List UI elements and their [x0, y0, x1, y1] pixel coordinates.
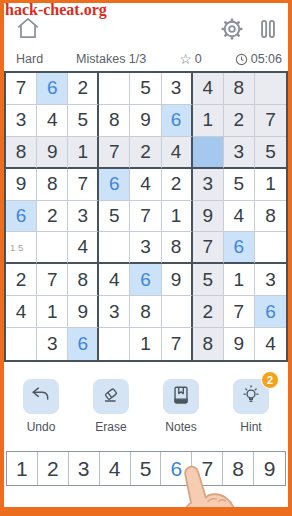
sudoku-cell-r7c4[interactable]: 4: [99, 264, 130, 296]
cell-value: 6: [171, 109, 182, 131]
sudoku-cell-r1c2[interactable]: 6: [37, 73, 68, 105]
sudoku-cell-r7c6[interactable]: 9: [162, 264, 193, 296]
cell-value: 4: [77, 236, 88, 258]
sudoku-cell-r5c9[interactable]: 8: [255, 201, 286, 233]
cell-value: 7: [202, 236, 213, 258]
status-bar: Hard Mistakes 1/3 ☆ 0 05:06: [4, 49, 288, 69]
sudoku-cell-r5c7[interactable]: 9: [193, 201, 224, 233]
cell-value: 9: [140, 109, 151, 131]
cell-value: 6: [16, 205, 27, 227]
pause-button[interactable]: [255, 16, 281, 42]
notes-tool: Notes: [159, 379, 204, 434]
sudoku-cell-r8c3[interactable]: 9: [68, 296, 99, 328]
cell-value: 8: [140, 301, 151, 323]
sudoku-cell-r1c3[interactable]: 2: [68, 73, 99, 105]
cell-value: 7: [140, 205, 151, 227]
sudoku-cell-r4c8[interactable]: 5: [224, 169, 255, 201]
sudoku-cell-r6c9[interactable]: [255, 232, 286, 264]
sudoku-cell-r2c2[interactable]: 4: [37, 105, 68, 137]
sudoku-cell-r1c8[interactable]: 8: [224, 73, 255, 105]
cell-value: 2: [16, 269, 27, 291]
sudoku-cell-r3c2[interactable]: 9: [37, 137, 68, 169]
sudoku-cell-r6c1[interactable]: 1 5: [6, 232, 37, 264]
home-icon: [15, 27, 41, 44]
watermark-text: hack-cheat.org: [5, 3, 107, 19]
cell-value: 3: [202, 173, 213, 195]
cell-value: 3: [140, 236, 151, 258]
numpad-key-6[interactable]: 6: [161, 452, 192, 485]
cell-value: 3: [234, 141, 245, 163]
cell-value: 7: [109, 141, 120, 163]
sudoku-cell-r5c5[interactable]: 7: [130, 201, 161, 233]
sudoku-cell-r1c9[interactable]: [255, 73, 286, 105]
cell-value: 4: [171, 141, 182, 163]
sudoku-cell-r2c4[interactable]: 8: [99, 105, 130, 137]
numpad-key-4[interactable]: 4: [100, 452, 131, 485]
sudoku-cell-r8c6[interactable]: [162, 296, 193, 328]
cell-value: 9: [202, 205, 213, 227]
sudoku-cell-r8c4[interactable]: 3: [99, 296, 130, 328]
cell-value: 5: [109, 205, 120, 227]
sudoku-cell-r2c1[interactable]: 3: [6, 105, 37, 137]
sudoku-cell-r7c2[interactable]: 7: [37, 264, 68, 296]
cell-notes: 1 5: [10, 232, 23, 262]
sudoku-cell-r9c6[interactable]: 7: [162, 328, 193, 360]
lightbulb-icon: [240, 384, 262, 410]
sudoku-cell-r2c6[interactable]: 6: [162, 105, 193, 137]
sudoku-cell-r5c4[interactable]: 5: [99, 201, 130, 233]
cell-value: 4: [234, 205, 245, 227]
sudoku-cell-r5c3[interactable]: 3: [68, 201, 99, 233]
sudoku-cell-r5c1[interactable]: 6: [6, 201, 37, 233]
erase-label: Erase: [95, 420, 126, 434]
sudoku-cell-r1c7[interactable]: 4: [193, 73, 224, 105]
hint-tool: 2 Hint: [229, 379, 274, 434]
score-value: 0: [195, 52, 202, 66]
cell-value: 5: [202, 269, 213, 291]
sudoku-cell-r9c4[interactable]: [99, 328, 130, 360]
undo-button[interactable]: [23, 379, 59, 414]
sudoku-cell-r2c7[interactable]: 1: [193, 105, 224, 137]
cell-value: 8: [109, 109, 120, 131]
sudoku-cell-r8c5[interactable]: 8: [130, 296, 161, 328]
cell-value: 9: [16, 173, 27, 195]
mistakes-label: Mistakes 1/3: [76, 52, 146, 66]
sudoku-cell-r8c9[interactable]: 6: [255, 296, 286, 328]
undo-icon: [30, 384, 52, 410]
cell-value: 6: [140, 269, 151, 291]
sudoku-cell-r1c5[interactable]: 5: [130, 73, 161, 105]
cell-value: 9: [77, 301, 88, 323]
sudoku-cell-r9c1[interactable]: [6, 328, 37, 360]
undo-tool: Undo: [19, 379, 64, 434]
sudoku-cell-r8c7[interactable]: 2: [193, 296, 224, 328]
pause-icon: [255, 28, 281, 45]
cell-value: 2: [140, 141, 151, 163]
cell-value: 4: [202, 77, 213, 99]
cell-value: 7: [16, 77, 27, 99]
cell-value: 8: [265, 205, 276, 227]
numpad-key-1[interactable]: 1: [7, 452, 38, 485]
sudoku-cell-r3c3[interactable]: 1: [68, 137, 99, 169]
cell-value: 2: [234, 109, 245, 131]
cell-value: 6: [234, 236, 245, 258]
sudoku-cell-r4c6[interactable]: 2: [162, 169, 193, 201]
eraser-icon: [100, 384, 122, 410]
cell-value: 3: [265, 269, 276, 291]
sudoku-cell-r8c1[interactable]: 4: [6, 296, 37, 328]
cell-value: 3: [109, 301, 120, 323]
cell-value: 8: [202, 333, 213, 355]
sudoku-cell-r9c3[interactable]: 6: [68, 328, 99, 360]
sudoku-cell-r7c7[interactable]: 5: [193, 264, 224, 296]
sudoku-cell-r7c5[interactable]: 6: [130, 264, 161, 296]
timer-indicator: 05:06: [235, 52, 282, 66]
sudoku-cell-r6c4[interactable]: [99, 232, 130, 264]
sudoku-cell-r7c8[interactable]: 1: [224, 264, 255, 296]
undo-label: Undo: [27, 420, 56, 434]
sudoku-cell-r9c5[interactable]: 1: [130, 328, 161, 360]
cell-value: 8: [16, 141, 27, 163]
cell-value: 6: [47, 77, 58, 99]
notes-label: Notes: [165, 420, 196, 434]
cell-value: 2: [47, 205, 58, 227]
cell-value: 6: [265, 301, 276, 323]
sudoku-cell-r9c2[interactable]: 3: [37, 328, 68, 360]
sudoku-cell-r1c6[interactable]: 3: [162, 73, 193, 105]
gear-icon: [219, 28, 245, 45]
settings-button[interactable]: [219, 16, 245, 42]
cell-value: 8: [47, 173, 58, 195]
cell-value: 7: [265, 109, 276, 131]
sudoku-board: 7625348345896127891724359876423516235719…: [4, 71, 288, 362]
numpad-key-8[interactable]: 8: [223, 452, 254, 485]
numpad-key-9[interactable]: 9: [254, 452, 285, 485]
sudoku-cell-r1c1[interactable]: 7: [6, 73, 37, 105]
sudoku-cell-r8c2[interactable]: 1: [37, 296, 68, 328]
sudoku-cell-r7c3[interactable]: 8: [68, 264, 99, 296]
sudoku-cell-r4c1[interactable]: 9: [6, 169, 37, 201]
sudoku-cell-r3c6[interactable]: 4: [162, 137, 193, 169]
hint-button[interactable]: 2: [233, 379, 269, 414]
sudoku-cell-r2c5[interactable]: 9: [130, 105, 161, 137]
sudoku-cell-r6c2[interactable]: [37, 232, 68, 264]
sudoku-cell-r3c5[interactable]: 2: [130, 137, 161, 169]
sudoku-cell-r5c6[interactable]: 1: [162, 201, 193, 233]
cell-value: 1: [234, 269, 245, 291]
cell-value: 3: [77, 205, 88, 227]
cell-value: 1: [77, 141, 88, 163]
score-indicator: ☆ 0: [179, 52, 202, 66]
cell-value: 8: [77, 269, 88, 291]
cell-value: 7: [171, 333, 182, 355]
cell-value: 9: [47, 141, 58, 163]
sudoku-cell-r9c7[interactable]: 8: [193, 328, 224, 360]
sudoku-cell-r4c9[interactable]: 1: [255, 169, 286, 201]
sudoku-cell-r3c9[interactable]: 5: [255, 137, 286, 169]
star-icon: ☆: [179, 52, 192, 66]
sudoku-cell-r5c2[interactable]: 2: [37, 201, 68, 233]
sudoku-cell-r3c4[interactable]: 7: [99, 137, 130, 169]
notebook-icon: [170, 384, 192, 410]
cell-value: 9: [171, 269, 182, 291]
cell-value: 7: [234, 301, 245, 323]
toolbar: Undo Erase Notes 2 Hint: [4, 379, 288, 434]
cell-value: 5: [140, 77, 151, 99]
notes-button[interactable]: [163, 379, 199, 414]
cell-value: 6: [77, 333, 88, 355]
hint-count-badge: 2: [261, 371, 279, 389]
sudoku-cell-r1c4[interactable]: [99, 73, 130, 105]
cell-value: 5: [234, 173, 245, 195]
numpad-key-2[interactable]: 2: [38, 452, 69, 485]
cell-value: 1: [140, 333, 151, 355]
numpad-key-7[interactable]: 7: [192, 452, 223, 485]
sudoku-cell-r2c3[interactable]: 5: [68, 105, 99, 137]
cell-value: 2: [77, 77, 88, 99]
sudoku-cell-r6c7[interactable]: 7: [193, 232, 224, 264]
sudoku-cell-r2c9[interactable]: 7: [255, 105, 286, 137]
cell-value: 7: [77, 173, 88, 195]
sudoku-cell-r7c9[interactable]: 3: [255, 264, 286, 296]
numpad-key-5[interactable]: 5: [131, 452, 162, 485]
difficulty-label: Hard: [16, 52, 43, 66]
number-pad: 123456789: [6, 451, 286, 486]
sudoku-cell-r3c8[interactable]: 3: [224, 137, 255, 169]
cell-value: 4: [16, 301, 27, 323]
sudoku-cell-r6c8[interactable]: 6: [224, 232, 255, 264]
sudoku-cell-r4c3[interactable]: 7: [68, 169, 99, 201]
app-screen: hack-cheat.org: [4, 3, 288, 507]
cell-value: 3: [16, 109, 27, 131]
cell-value: 3: [47, 333, 58, 355]
sudoku-cell-r6c5[interactable]: 3: [130, 232, 161, 264]
cell-value: 4: [265, 333, 276, 355]
sudoku-cell-r4c2[interactable]: 8: [37, 169, 68, 201]
erase-tool: Erase: [89, 379, 134, 434]
timer-value: 05:06: [251, 52, 282, 66]
erase-button[interactable]: [93, 379, 129, 414]
sudoku-cell-r4c5[interactable]: 4: [130, 169, 161, 201]
cell-value: 6: [109, 173, 120, 195]
cell-value: 4: [47, 109, 58, 131]
sudoku-cell-r8c8[interactable]: 7: [224, 296, 255, 328]
sudoku-cell-r9c8[interactable]: 9: [224, 328, 255, 360]
sudoku-cell-r2c8[interactable]: 2: [224, 105, 255, 137]
clock-icon: [235, 53, 248, 66]
numpad-key-3[interactable]: 3: [69, 452, 100, 485]
cell-value: 7: [47, 269, 58, 291]
sudoku-cell-r9c9[interactable]: 4: [255, 328, 286, 360]
cell-value: 4: [140, 173, 151, 195]
cell-value: 1: [47, 301, 58, 323]
sudoku-cell-r4c4[interactable]: 6: [99, 169, 130, 201]
cell-value: 1: [202, 109, 213, 131]
cell-value: 4: [109, 269, 120, 291]
cell-value: 5: [265, 141, 276, 163]
cell-value: 5: [77, 109, 88, 131]
cell-value: 1: [265, 173, 276, 195]
hint-label: Hint: [240, 420, 261, 434]
cell-value: 2: [202, 301, 213, 323]
sudoku-cell-r6c3[interactable]: 4: [68, 232, 99, 264]
sudoku-cell-r3c7[interactable]: [193, 137, 224, 169]
sudoku-cell-r5c8[interactable]: 4: [224, 201, 255, 233]
cell-value: 8: [234, 77, 245, 99]
sudoku-cell-r3c1[interactable]: 8: [6, 137, 37, 169]
cell-value: 2: [171, 173, 182, 195]
sudoku-cell-r4c7[interactable]: 3: [193, 169, 224, 201]
sudoku-cell-r7c1[interactable]: 2: [6, 264, 37, 296]
cell-value: 3: [171, 77, 182, 99]
cell-value: 8: [171, 236, 182, 258]
sudoku-cell-r6c6[interactable]: 8: [162, 232, 193, 264]
cell-value: 1: [171, 205, 182, 227]
cell-value: 9: [234, 333, 245, 355]
